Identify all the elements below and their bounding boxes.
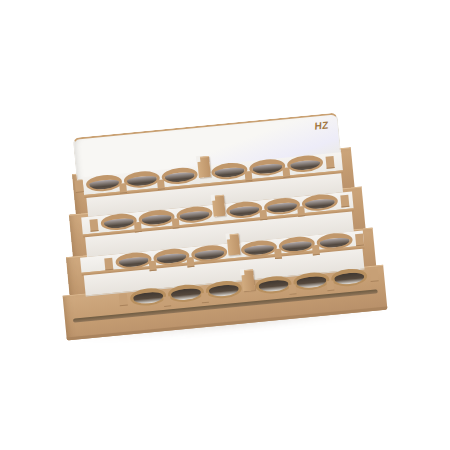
edge-notch xyxy=(89,219,98,232)
paint-rack: HZ xyxy=(0,0,450,450)
edge-notch xyxy=(326,156,335,169)
photo-canvas: HZ xyxy=(0,0,450,450)
bottle-hole xyxy=(153,247,190,266)
tier-3-divider-tab xyxy=(227,233,241,255)
brand-logo-hz: HZ xyxy=(314,119,329,131)
edge-notch xyxy=(245,171,253,182)
bottle-hole xyxy=(191,244,228,263)
tier-4-divider-tab xyxy=(241,269,255,291)
edge-notch xyxy=(119,293,128,306)
edge-notch xyxy=(157,179,165,190)
edge-notch xyxy=(119,183,127,194)
edge-notch xyxy=(289,284,297,295)
edge-notch xyxy=(163,296,171,307)
bottle-hole xyxy=(316,232,353,251)
tier-2-divider-tab xyxy=(212,195,226,217)
edge-notch xyxy=(340,195,349,208)
edge-notch xyxy=(282,167,290,178)
edge-notch xyxy=(75,180,84,193)
edge-notch xyxy=(312,245,320,256)
bottle-hole xyxy=(129,287,166,307)
bottle-hole xyxy=(255,275,292,295)
bottle-hole xyxy=(167,283,204,303)
edge-notch xyxy=(259,210,267,221)
edge-notch xyxy=(274,248,282,259)
tier-1-divider-tab xyxy=(197,156,211,178)
bottle-hole xyxy=(161,166,198,185)
edge-notch xyxy=(355,234,364,247)
bottle-hole xyxy=(138,209,175,228)
edge-notch xyxy=(326,281,334,292)
edge-notch xyxy=(370,269,379,282)
edge-notch xyxy=(149,261,157,272)
bottle-hole xyxy=(176,205,213,224)
bottle-hole xyxy=(205,279,242,299)
bottle-hole xyxy=(240,239,277,258)
bottle-hole xyxy=(330,267,367,287)
edge-notch xyxy=(187,257,195,268)
edge-notch xyxy=(134,222,142,233)
edge-notch xyxy=(201,293,209,304)
edge-notch xyxy=(172,218,180,229)
bottle-hole xyxy=(115,251,152,270)
bottle-hole xyxy=(211,161,248,180)
bottle-hole xyxy=(301,193,338,212)
bottle-hole xyxy=(263,196,300,215)
edge-notch xyxy=(297,206,305,217)
bottle-hole xyxy=(100,212,137,231)
edge-notch xyxy=(104,258,113,271)
bottle-hole xyxy=(293,271,330,291)
bottle-hole xyxy=(278,235,315,254)
